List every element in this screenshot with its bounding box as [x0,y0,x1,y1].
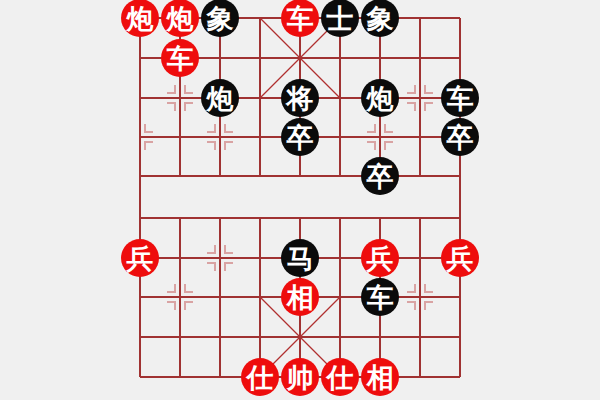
piece-black-soldier[interactable]: 卒 [441,118,479,156]
piece-black-cannon[interactable]: 炮 [361,79,399,117]
piece-red-cannon[interactable]: 炮 [121,0,159,37]
piece-black-chariot[interactable]: 车 [441,79,479,117]
piece-red-chariot[interactable]: 车 [281,0,319,37]
piece-red-soldier[interactable]: 兵 [361,239,399,277]
piece-black-cannon[interactable]: 炮 [201,79,239,117]
piece-black-general[interactable]: 将 [281,79,319,117]
xiangqi-board-screenshot: 炮炮象车士象车炮将炮车卒卒卒兵马兵兵相车仕帅仕相 [0,0,600,400]
piece-black-soldier[interactable]: 卒 [281,118,319,156]
piece-red-soldier[interactable]: 兵 [441,239,479,277]
piece-black-horse[interactable]: 马 [281,239,319,277]
piece-red-general[interactable]: 帅 [281,358,319,396]
piece-red-elephant[interactable]: 相 [281,278,319,316]
piece-black-chariot[interactable]: 车 [361,278,399,316]
piece-red-cannon[interactable]: 炮 [161,0,199,37]
piece-black-elephant[interactable]: 象 [201,0,239,37]
piece-red-advisor[interactable]: 仕 [321,358,359,396]
piece-red-elephant[interactable]: 相 [361,358,399,396]
piece-black-soldier[interactable]: 卒 [361,157,399,195]
board-grid [0,0,600,400]
piece-black-elephant[interactable]: 象 [361,0,399,37]
piece-black-advisor[interactable]: 士 [321,0,359,37]
piece-red-advisor[interactable]: 仕 [241,358,279,396]
piece-red-soldier[interactable]: 兵 [121,239,159,277]
piece-red-chariot[interactable]: 车 [161,39,199,77]
